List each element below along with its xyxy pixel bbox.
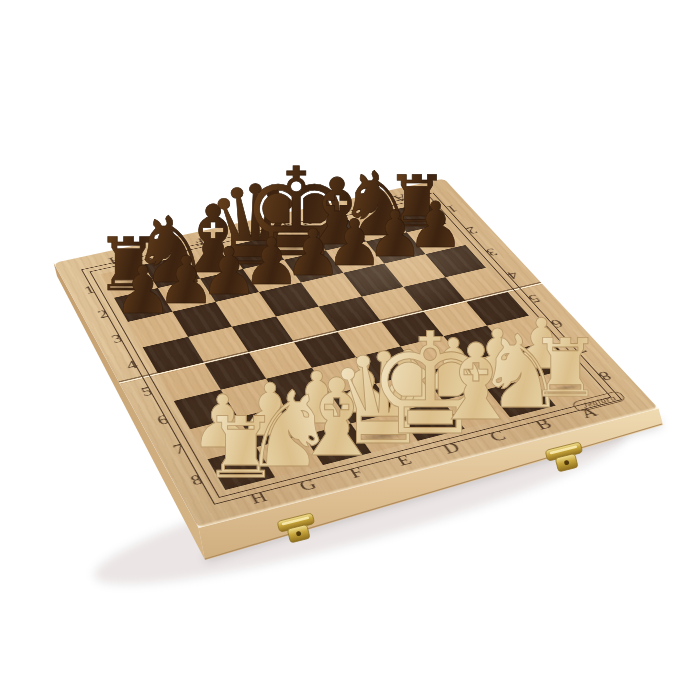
- file-label-back-d: D: [272, 218, 290, 229]
- rank-label-left-6: 6: [154, 412, 170, 426]
- rank-label-right-1: 1: [445, 204, 461, 214]
- file-label-front-g: G: [296, 476, 319, 493]
- rank-label-left-3: 3: [109, 332, 124, 344]
- rank-label-right-5: 5: [526, 293, 544, 305]
- file-label-front-d: D: [439, 440, 462, 456]
- file-label-front-h: H: [247, 489, 269, 506]
- rank-label-right-3: 3: [484, 247, 501, 258]
- rank-label-right-7: 7: [571, 343, 590, 356]
- file-label-back-a: A: [391, 193, 410, 204]
- rank-label-right-4: 4: [504, 270, 521, 281]
- rank-label-right-8: 8: [596, 369, 615, 382]
- rank-label-right-6: 6: [548, 317, 566, 329]
- file-label-back-e: E: [232, 227, 249, 238]
- file-label-front-c: C: [486, 428, 508, 443]
- file-label-front-b: B: [532, 416, 554, 431]
- file-label-back-h: H: [107, 254, 125, 266]
- photo-stage: Jeujura HHGGFFEEDDCCBBAA1122334455667788…: [0, 0, 700, 700]
- file-label-back-c: C: [312, 210, 330, 221]
- rank-label-right-2: 2: [464, 225, 480, 236]
- rank-label-left-8: 8: [188, 472, 205, 487]
- rank-label-left-2: 2: [96, 308, 111, 320]
- file-label-back-g: G: [149, 245, 167, 257]
- file-label-back-b: B: [352, 201, 370, 212]
- file-label-back-f: F: [192, 236, 207, 247]
- rank-label-left-4: 4: [124, 358, 139, 371]
- file-label-front-e: E: [393, 452, 414, 468]
- rank-label-left-7: 7: [171, 441, 188, 456]
- rank-label-left-5: 5: [139, 385, 155, 399]
- file-label-front-f: F: [346, 464, 366, 480]
- rank-label-left-1: 1: [82, 284, 96, 296]
